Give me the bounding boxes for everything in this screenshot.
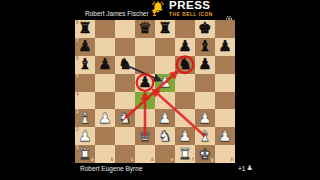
square-h7[interactable]: ♟: [215, 38, 235, 56]
coord-file-h: h: [231, 158, 234, 163]
piece-white-pawn-e3[interactable]: ♟: [155, 109, 175, 127]
piece-black-pawn-h7[interactable]: ♟: [215, 38, 235, 56]
piece-white-pawn-e5[interactable]: ♟: [155, 74, 175, 92]
coord-file-c: c: [131, 158, 134, 163]
square-a6[interactable]: 6♝: [75, 56, 95, 74]
coord-file-e: e: [171, 158, 174, 163]
square-g3[interactable]: ♟: [195, 109, 215, 127]
square-c3[interactable]: ♞: [115, 109, 135, 127]
square-f5[interactable]: [175, 74, 195, 92]
square-g4[interactable]: [195, 92, 215, 110]
piece-white-pawn-f2[interactable]: ♟: [175, 127, 195, 145]
piece-white-knight-e2[interactable]: ♞: [155, 127, 175, 145]
piece-white-bishop-a3[interactable]: ♝: [75, 109, 95, 127]
square-d7[interactable]: [135, 38, 155, 56]
square-f2[interactable]: ♟: [175, 127, 195, 145]
piece-black-pawn-g6[interactable]: ♟: [195, 56, 215, 74]
chess-board: 8♜♛♜♚7♟♟♝♟6♝♟♞♞♟5♟♟43♝♟♞♟♟2♟♛♞♟♝♟1a♜bcde…: [75, 20, 235, 163]
square-g5[interactable]: [195, 74, 215, 92]
piece-black-king-g8[interactable]: ♚: [195, 20, 215, 38]
square-e3[interactable]: ♟: [155, 109, 175, 127]
square-f8[interactable]: [175, 20, 195, 38]
piece-black-rook-a8[interactable]: ♜: [75, 20, 95, 38]
square-c6[interactable]: ♞: [115, 56, 135, 74]
square-d8[interactable]: ♛: [135, 20, 155, 38]
square-f1[interactable]: f♜: [175, 145, 195, 163]
square-a4[interactable]: 4: [75, 92, 95, 110]
thumbnail-stage: Robert James Fischer PRESS THE BELL ICON…: [0, 0, 320, 180]
square-g6[interactable]: ♟: [195, 56, 215, 74]
piece-black-queen-d8[interactable]: ♛: [135, 20, 155, 38]
square-h5[interactable]: [215, 74, 235, 92]
square-c4[interactable]: [115, 92, 135, 110]
subscribe-callout: PRESS THE BELL ICON: [150, 0, 213, 17]
square-h2[interactable]: ♟: [215, 127, 235, 145]
piece-white-rook-f1[interactable]: ♜: [175, 145, 195, 163]
square-g1[interactable]: g♚: [195, 145, 215, 163]
square-c8[interactable]: [115, 20, 135, 38]
square-b6[interactable]: ♟: [95, 56, 115, 74]
square-f7[interactable]: ♟: [175, 38, 195, 56]
square-e7[interactable]: [155, 38, 175, 56]
top-player-bar: Robert James Fischer: [85, 9, 158, 17]
square-d5[interactable]: ♟: [135, 74, 155, 92]
material-advantage: +1 ♟: [238, 165, 253, 172]
captured-pawn-icon: ♟: [246, 165, 252, 172]
square-h8[interactable]: [215, 20, 235, 38]
square-a3[interactable]: 3♝: [75, 109, 95, 127]
square-b5[interactable]: [95, 74, 115, 92]
square-e4[interactable]: [155, 92, 175, 110]
square-d3[interactable]: [135, 109, 155, 127]
square-b3[interactable]: ♟: [95, 109, 115, 127]
piece-black-rook-e8[interactable]: ♜: [155, 20, 175, 38]
piece-black-knight-c6[interactable]: ♞: [115, 56, 135, 74]
coord-file-d: d: [151, 158, 154, 163]
square-h4[interactable]: [215, 92, 235, 110]
square-d4[interactable]: [135, 92, 155, 110]
square-d6[interactable]: [135, 56, 155, 74]
press-label: PRESS: [169, 0, 213, 11]
square-g8[interactable]: ♚: [195, 20, 215, 38]
square-f3[interactable]: [175, 109, 195, 127]
square-h3[interactable]: [215, 109, 235, 127]
coord-file-b: b: [111, 158, 114, 163]
square-g2[interactable]: ♝: [195, 127, 215, 145]
square-c2[interactable]: [115, 127, 135, 145]
square-a8[interactable]: 8♜: [75, 20, 95, 38]
square-f4[interactable]: [175, 92, 195, 110]
piece-black-pawn-d5[interactable]: ♟: [135, 74, 155, 92]
square-a1[interactable]: 1a♜: [75, 145, 95, 163]
coord-rank-5: 5: [76, 75, 79, 80]
square-c7[interactable]: [115, 38, 135, 56]
square-c5[interactable]: [115, 74, 135, 92]
piece-black-pawn-f7[interactable]: ♟: [175, 38, 195, 56]
square-b4[interactable]: [95, 92, 115, 110]
square-d1[interactable]: d: [135, 145, 155, 163]
piece-black-pawn-a7[interactable]: ♟: [75, 38, 95, 56]
square-a7[interactable]: 7♟: [75, 38, 95, 56]
piece-white-pawn-a2[interactable]: ♟: [75, 127, 95, 145]
material-value: +1: [238, 165, 245, 172]
square-f6[interactable]: ♞: [175, 56, 195, 74]
piece-white-pawn-b3[interactable]: ♟: [95, 109, 115, 127]
square-c1[interactable]: c: [115, 145, 135, 163]
square-d2[interactable]: ♛: [135, 127, 155, 145]
piece-white-queen-d2[interactable]: ♛: [135, 127, 155, 145]
piece-black-bishop-a6[interactable]: ♝: [75, 56, 95, 74]
bell-label: THE BELL ICON: [169, 12, 213, 17]
square-h6[interactable]: [215, 56, 235, 74]
square-a2[interactable]: 2♟: [75, 127, 95, 145]
square-g7[interactable]: ♝: [195, 38, 215, 56]
square-b8[interactable]: [95, 20, 115, 38]
square-b1[interactable]: b: [95, 145, 115, 163]
piece-black-pawn-b6[interactable]: ♟: [95, 56, 115, 74]
piece-white-rook-a1[interactable]: ♜: [75, 145, 95, 163]
bell-icon: [150, 0, 166, 16]
top-player-name: Robert James Fischer: [85, 10, 149, 17]
square-h1[interactable]: h: [215, 145, 235, 163]
piece-white-pawn-h2[interactable]: ♟: [215, 127, 235, 145]
square-e2[interactable]: ♞: [155, 127, 175, 145]
piece-black-knight-f6[interactable]: ♞: [175, 56, 195, 74]
square-e1[interactable]: e: [155, 145, 175, 163]
square-b7[interactable]: [95, 38, 115, 56]
square-e8[interactable]: ♜: [155, 20, 175, 38]
piece-white-king-g1[interactable]: ♚: [195, 145, 215, 163]
piece-white-knight-c3[interactable]: ♞: [115, 109, 135, 127]
bottom-player-name: Robert Eugene Byrne: [80, 165, 143, 172]
square-a5[interactable]: 5: [75, 74, 95, 92]
piece-white-bishop-g2[interactable]: ♝: [195, 127, 215, 145]
coord-rank-4: 4: [76, 93, 79, 98]
square-e6[interactable]: [155, 56, 175, 74]
piece-white-pawn-g3[interactable]: ♟: [195, 109, 215, 127]
square-e5[interactable]: ♟: [155, 74, 175, 92]
piece-black-bishop-g7[interactable]: ♝: [195, 38, 215, 56]
square-b2[interactable]: [95, 127, 115, 145]
